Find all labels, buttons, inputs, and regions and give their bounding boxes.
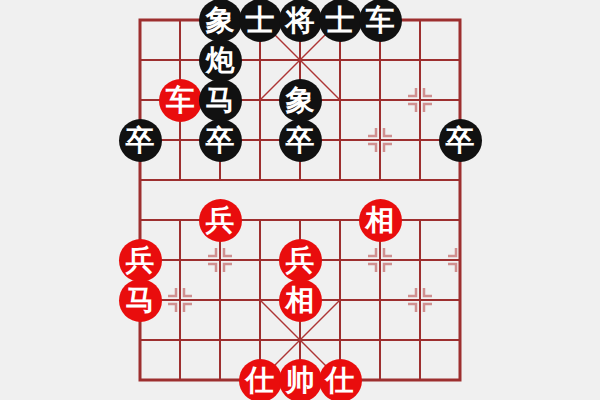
piece-black-cannon[interactable]: 炮	[199, 39, 242, 82]
piece-black-elephant[interactable]: 象	[279, 79, 322, 122]
piece-red-soldier[interactable]: 兵	[119, 239, 162, 282]
piece-black-chariot[interactable]: 车	[359, 0, 402, 42]
piece-black-advisor[interactable]: 士	[319, 0, 362, 42]
piece-black-soldier[interactable]: 卒	[199, 119, 242, 162]
board-grid[interactable]: 象士将士车炮车马象卒卒卒卒兵相兵兵马相仕帅仕	[120, 0, 480, 400]
piece-red-horse[interactable]: 马	[119, 279, 162, 322]
piece-black-advisor[interactable]: 士	[239, 0, 282, 42]
piece-black-elephant[interactable]: 象	[199, 0, 242, 42]
piece-red-advisor[interactable]: 仕	[239, 359, 282, 400]
piece-black-soldier[interactable]: 卒	[119, 119, 162, 162]
piece-red-elephant[interactable]: 相	[359, 199, 402, 242]
piece-red-soldier[interactable]: 兵	[279, 239, 322, 282]
piece-black-horse[interactable]: 马	[199, 79, 242, 122]
xiangqi-board: 象士将士车炮车马象卒卒卒卒兵相兵兵马相仕帅仕	[0, 0, 600, 400]
piece-red-chariot[interactable]: 车	[159, 79, 202, 122]
piece-black-soldier[interactable]: 卒	[439, 119, 482, 162]
piece-red-general[interactable]: 帅	[279, 359, 322, 400]
piece-black-soldier[interactable]: 卒	[279, 119, 322, 162]
piece-red-advisor[interactable]: 仕	[319, 359, 362, 400]
piece-red-soldier[interactable]: 兵	[199, 199, 242, 242]
piece-black-general[interactable]: 将	[279, 0, 322, 42]
piece-red-elephant[interactable]: 相	[279, 279, 322, 322]
